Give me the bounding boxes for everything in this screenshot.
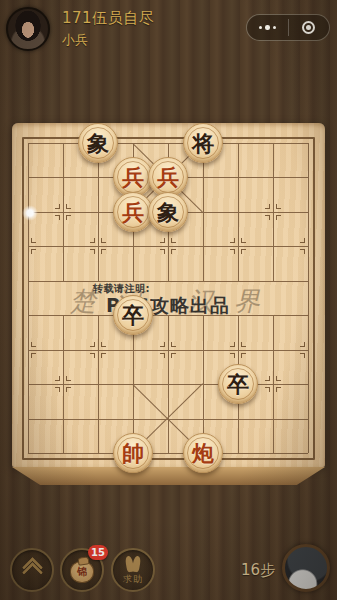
- bag-character: 锦: [77, 565, 87, 579]
- piece-character: 卒: [227, 373, 249, 395]
- wechat-capsule: [246, 14, 330, 41]
- player-name: 小兵: [62, 31, 88, 49]
- piece-character: 象: [157, 201, 179, 223]
- piece-black-elephant[interactable]: 象: [78, 123, 118, 163]
- piece-red-soldier[interactable]: 兵: [113, 192, 153, 232]
- collapse-button[interactable]: [10, 548, 54, 592]
- hint-bag-button[interactable]: 锦 15: [60, 548, 104, 592]
- step-counter: 16步: [241, 561, 275, 580]
- piece-red-cannon[interactable]: 炮: [183, 433, 223, 473]
- piece-character: 将: [192, 132, 214, 154]
- circle-dot-icon: [302, 21, 315, 34]
- piece-character: 兵: [157, 166, 179, 188]
- more-button[interactable]: [247, 15, 288, 40]
- praying-hands-icon: [123, 556, 143, 572]
- piece-character: 帥: [122, 442, 144, 464]
- help-label: 求助: [123, 573, 143, 586]
- sparkle-effect: [22, 205, 38, 221]
- piece-black-general[interactable]: 将: [183, 123, 223, 163]
- player-avatar[interactable]: [6, 7, 50, 51]
- more-dots-icon: [259, 25, 276, 30]
- piece-character: 卒: [122, 304, 144, 326]
- bag-count-badge: 15: [88, 545, 108, 560]
- money-bag-icon: 锦: [70, 561, 94, 583]
- opponent-avatar[interactable]: [282, 544, 330, 592]
- level-title: 171伍员自尽: [62, 9, 154, 28]
- piece-black-soldier[interactable]: 卒: [113, 295, 153, 335]
- piece-red-general[interactable]: 帥: [113, 433, 153, 473]
- piece-character: 炮: [192, 442, 214, 464]
- ask-help-button[interactable]: 求助: [111, 548, 155, 592]
- piece-black-elephant[interactable]: 象: [148, 192, 188, 232]
- piece-character: 象: [87, 132, 109, 154]
- piece-black-soldier[interactable]: 卒: [218, 364, 258, 404]
- exit-button[interactable]: [289, 15, 330, 40]
- piece-character: 兵: [122, 201, 144, 223]
- board-bevel: [12, 467, 325, 485]
- piece-character: 兵: [122, 166, 144, 188]
